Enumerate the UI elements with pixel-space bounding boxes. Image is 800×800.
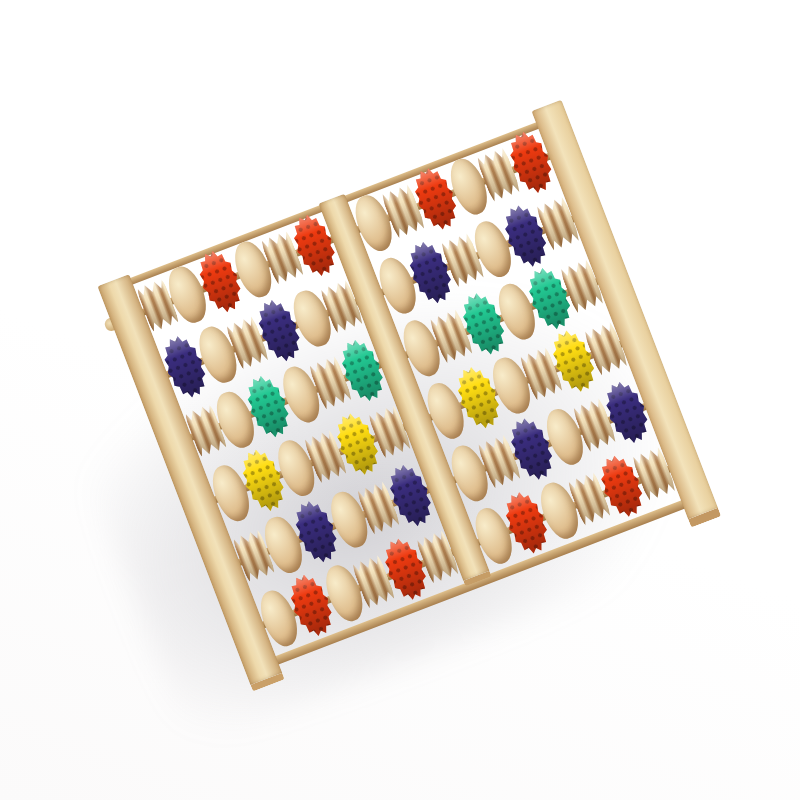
product-photo <box>0 0 800 800</box>
